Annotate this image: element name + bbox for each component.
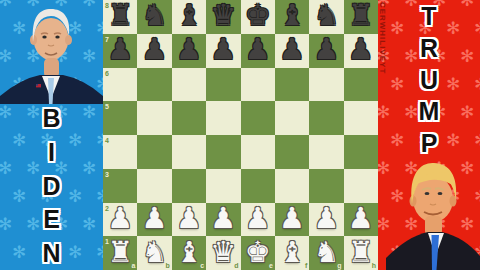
biden-panel: ✻✻✻✻✻✻✻✻✻✻✻✻✻✻✻✻✻✻✻✻✻✻✻✻✻✻✻✻✻✻✻✻✻✻✻✻✻✻✻✻… [0, 0, 103, 270]
square-b5[interactable] [137, 101, 171, 135]
square-h5[interactable] [344, 101, 378, 135]
trump-panel: ✻✻✻✻✻✻✻✻✻✻✻✻✻✻✻✻✻✻✻✻✻✻✻✻✻✻✻✻✻✻✻✻✻✻✻✻✻✻✻✻… [378, 0, 480, 270]
square-h3[interactable] [344, 169, 378, 203]
square-d4[interactable] [206, 135, 240, 169]
square-g3[interactable] [309, 169, 343, 203]
square-a7[interactable]: 7♟ [103, 34, 137, 68]
trump-name: TRUMP [378, 4, 480, 156]
square-a1[interactable]: 1a♜ [103, 236, 137, 270]
square-g6[interactable] [309, 68, 343, 102]
square-b3[interactable] [137, 169, 171, 203]
player-letter: T [421, 4, 436, 29]
square-e1[interactable]: e♚ [241, 236, 275, 270]
square-d2[interactable]: ♟ [206, 203, 240, 237]
piece-black-king[interactable]: ♚ [245, 1, 271, 30]
piece-black-pawn[interactable]: ♟ [210, 35, 236, 64]
square-d3[interactable] [206, 169, 240, 203]
square-a3[interactable]: 3 [103, 169, 137, 203]
square-f6[interactable] [275, 68, 309, 102]
piece-black-queen[interactable]: ♛ [210, 1, 236, 30]
piece-black-pawn[interactable]: ♟ [348, 35, 374, 64]
square-b6[interactable] [137, 68, 171, 102]
piece-white-pawn[interactable]: ♟ [279, 204, 305, 233]
square-d5[interactable] [206, 101, 240, 135]
square-c4[interactable] [172, 135, 206, 169]
square-b7[interactable]: ♟ [137, 34, 171, 68]
square-f3[interactable] [275, 169, 309, 203]
square-h1[interactable]: h♜ [344, 236, 378, 270]
square-c5[interactable] [172, 101, 206, 135]
piece-white-pawn[interactable]: ♟ [313, 204, 339, 233]
square-c1[interactable]: c♝ [172, 236, 206, 270]
square-d8[interactable]: ♛ [206, 0, 240, 34]
piece-black-knight[interactable]: ♞ [142, 1, 168, 30]
file-label: f [305, 262, 307, 269]
piece-white-rook[interactable]: ♜ [107, 238, 133, 267]
player-letter: R [420, 36, 438, 61]
piece-black-rook[interactable]: ♜ [348, 1, 374, 30]
player-letter: U [420, 68, 438, 93]
piece-white-pawn[interactable]: ♟ [245, 204, 271, 233]
player-letter: E [43, 207, 60, 232]
square-e7[interactable]: ♟ [241, 34, 275, 68]
square-a5[interactable]: 5 [103, 101, 137, 135]
piece-white-pawn[interactable]: ♟ [107, 204, 133, 233]
square-h8[interactable]: ♜ [344, 0, 378, 34]
square-f4[interactable] [275, 135, 309, 169]
piece-white-bishop[interactable]: ♝ [279, 238, 305, 267]
square-a8[interactable]: 8♜ [103, 0, 137, 34]
joe-biden-photo [0, 0, 103, 104]
piece-black-pawn[interactable]: ♟ [142, 35, 168, 64]
square-e6[interactable] [241, 68, 275, 102]
square-f8[interactable]: ♝ [275, 0, 309, 34]
square-c7[interactable]: ♟ [172, 34, 206, 68]
player-letter: I [48, 140, 55, 165]
square-b4[interactable] [137, 135, 171, 169]
rank-label: 4 [105, 137, 109, 144]
square-g8[interactable]: ♞ [309, 0, 343, 34]
square-b1[interactable]: b♞ [137, 236, 171, 270]
square-a2[interactable]: 2♟ [103, 203, 137, 237]
square-h2[interactable]: ♟ [344, 203, 378, 237]
player-letter: N [42, 241, 60, 266]
piece-black-pawn[interactable]: ♟ [245, 35, 271, 64]
rank-label: 5 [105, 103, 109, 110]
screenshot-stage: ✻✻✻✻✻✻✻✻✻✻✻✻✻✻✻✻✻✻✻✻✻✻✻✻✻✻✻✻✻✻✻✻✻✻✻✻✻✻✻✻… [0, 0, 480, 270]
square-c6[interactable] [172, 68, 206, 102]
square-b8[interactable]: ♞ [137, 0, 171, 34]
square-d6[interactable] [206, 68, 240, 102]
piece-black-rook[interactable]: ♜ [107, 1, 133, 30]
piece-white-king[interactable]: ♚ [245, 238, 271, 267]
piece-black-pawn[interactable]: ♟ [313, 35, 339, 64]
square-f7[interactable]: ♟ [275, 34, 309, 68]
piece-white-pawn[interactable]: ♟ [348, 204, 374, 233]
square-e3[interactable] [241, 169, 275, 203]
piece-white-knight[interactable]: ♞ [142, 238, 168, 267]
player-letter: P [421, 131, 438, 156]
piece-black-knight[interactable]: ♞ [313, 1, 339, 30]
square-a6[interactable]: 6 [103, 68, 137, 102]
square-g2[interactable]: ♟ [309, 203, 343, 237]
player-letter: M [419, 99, 440, 124]
square-g5[interactable] [309, 101, 343, 135]
square-e2[interactable]: ♟ [241, 203, 275, 237]
square-d1[interactable]: d♛ [206, 236, 240, 270]
biden-name: BIDEN [0, 106, 103, 266]
square-h7[interactable]: ♟ [344, 34, 378, 68]
piece-white-pawn[interactable]: ♟ [142, 204, 168, 233]
square-e8[interactable]: ♚ [241, 0, 275, 34]
square-h6[interactable] [344, 68, 378, 102]
player-letter: B [42, 106, 60, 131]
piece-white-queen[interactable]: ♛ [210, 238, 236, 267]
square-c3[interactable] [172, 169, 206, 203]
square-g1[interactable]: g♞ [309, 236, 343, 270]
square-c8[interactable]: ♝ [172, 0, 206, 34]
piece-black-pawn[interactable]: ♟ [176, 35, 202, 64]
biden-face [34, 18, 69, 60]
square-g4[interactable] [309, 135, 343, 169]
square-h4[interactable] [344, 135, 378, 169]
piece-white-rook[interactable]: ♜ [348, 238, 374, 267]
square-f1[interactable]: f♝ [275, 236, 309, 270]
square-e4[interactable] [241, 135, 275, 169]
square-g7[interactable]: ♟ [309, 34, 343, 68]
donald-trump-photo [386, 156, 480, 270]
square-a4[interactable]: 4 [103, 135, 137, 169]
rank-label: 3 [105, 171, 109, 178]
channel-watermark: CERWHILIVEYT [378, 2, 387, 74]
chess-board[interactable]: 8♜♞♝♛♚♝♞♜7♟♟♟♟♟♟♟♟65432♟♟♟♟♟♟♟♟1a♜b♞c♝d♛… [103, 0, 378, 270]
rank-label: 6 [105, 70, 109, 77]
piece-black-bishop[interactable]: ♝ [176, 1, 202, 30]
piece-black-pawn[interactable]: ♟ [107, 35, 133, 64]
square-c2[interactable]: ♟ [172, 203, 206, 237]
piece-white-bishop[interactable]: ♝ [176, 238, 202, 267]
square-f5[interactable] [275, 101, 309, 135]
piece-white-pawn[interactable]: ♟ [210, 204, 236, 233]
square-e5[interactable] [241, 101, 275, 135]
piece-black-bishop[interactable]: ♝ [279, 1, 305, 30]
square-f2[interactable]: ♟ [275, 203, 309, 237]
piece-white-pawn[interactable]: ♟ [176, 204, 202, 233]
piece-white-knight[interactable]: ♞ [313, 238, 339, 267]
piece-black-pawn[interactable]: ♟ [279, 35, 305, 64]
player-letter: D [42, 174, 60, 199]
square-d7[interactable]: ♟ [206, 34, 240, 68]
square-b2[interactable]: ♟ [137, 203, 171, 237]
